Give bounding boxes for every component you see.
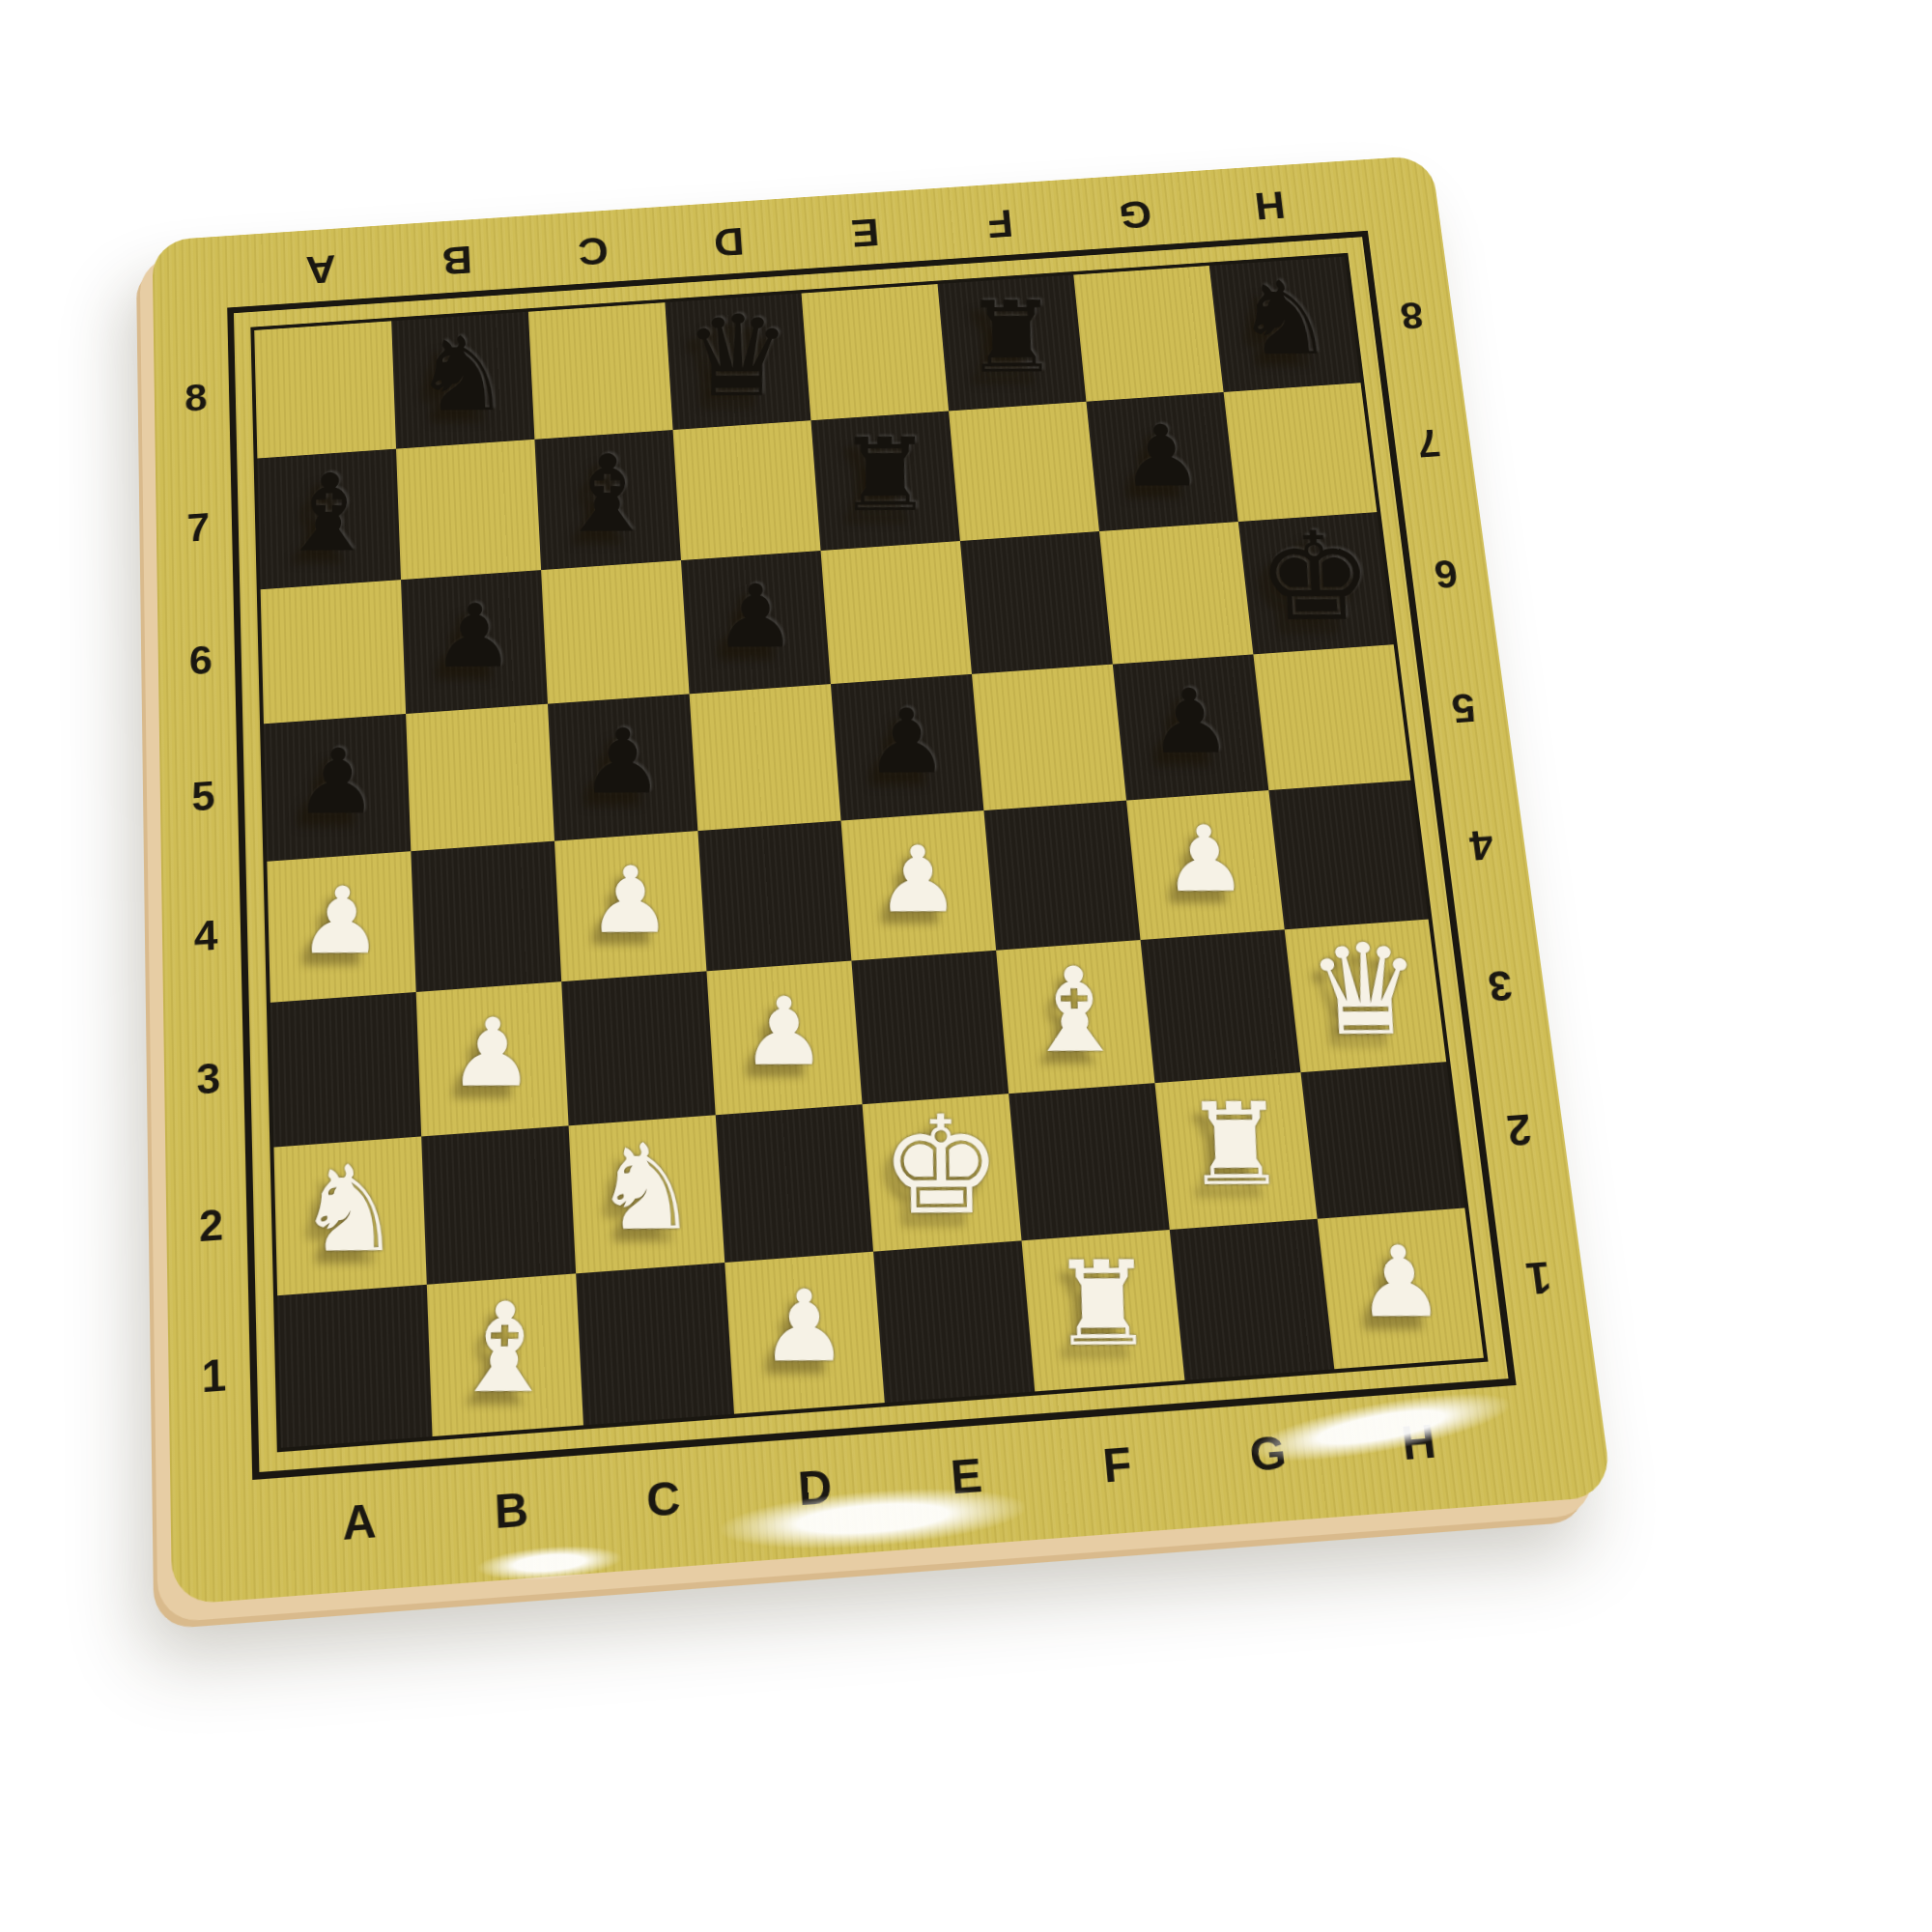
bottom-file-label-c: C <box>645 1469 682 1528</box>
left-rank-label-3: 3 <box>196 1054 221 1104</box>
square-e4[interactable]: ♟ <box>841 810 997 960</box>
piece-white-pawn[interactable]: ♟ <box>297 874 385 967</box>
piece-black-queen[interactable]: ♛ <box>683 300 792 412</box>
square-f1[interactable]: ♜ <box>1022 1230 1185 1391</box>
square-b7[interactable] <box>396 440 541 580</box>
square-b6[interactable]: ♟ <box>401 570 548 714</box>
square-c6[interactable] <box>541 560 689 704</box>
square-e7[interactable]: ♜ <box>810 411 959 551</box>
piece-black-king[interactable]: ♚ <box>1255 517 1377 639</box>
square-f7[interactable] <box>949 402 1099 541</box>
square-g8[interactable] <box>1073 266 1223 402</box>
board-border-frame: ♞♛♜♞♝♝♜♟♟♟♚♟♟♟♟♟♟♟♟♟♟♝♛♞♞♚♜♝♟♜♟ <box>227 231 1516 1480</box>
square-a8[interactable] <box>254 321 396 458</box>
piece-black-knight[interactable]: ♞ <box>1234 269 1336 370</box>
left-rank-label-4: 4 <box>193 912 217 960</box>
chess-board: ABCDEFGH 87654321 ♞♛♜♞♝♝♜♟♟♟♚♟♟♟♟♟♟♟♟♟♟♝… <box>153 156 1613 1605</box>
piece-white-pawn[interactable]: ♟ <box>760 1277 848 1377</box>
bottom-file-label-d: D <box>796 1459 834 1517</box>
square-c7[interactable]: ♝ <box>534 430 681 570</box>
square-h8[interactable]: ♞ <box>1209 257 1361 392</box>
piece-white-pawn[interactable]: ♟ <box>741 984 827 1079</box>
piece-black-bishop[interactable]: ♝ <box>555 441 659 548</box>
left-rank-label-7: 7 <box>186 505 210 551</box>
bottom-file-label-f: F <box>1100 1435 1134 1493</box>
piece-white-pawn[interactable]: ♟ <box>875 834 960 925</box>
square-f3[interactable]: ♝ <box>996 940 1154 1094</box>
top-file-label-c: C <box>578 228 611 275</box>
bottom-file-label-g: G <box>1247 1424 1289 1482</box>
left-rank-label-2: 2 <box>199 1200 224 1251</box>
board-face: ABCDEFGH 87654321 ♞♛♜♞♝♝♜♟♟♟♚♟♟♟♟♟♟♟♟♟♟♝… <box>159 165 1602 1583</box>
piece-white-knight[interactable]: ♞ <box>592 1129 700 1248</box>
square-d8[interactable]: ♛ <box>665 294 810 430</box>
square-e8[interactable] <box>802 284 950 420</box>
square-c1[interactable] <box>576 1263 734 1425</box>
top-file-label-e: E <box>849 210 880 256</box>
square-d6[interactable]: ♟ <box>681 551 831 694</box>
board-middle: 87654321 ♞♛♜♞♝♝♜♟♟♟♚♟♟♟♟♟♟♟♟♟♟♝♛♞♞♚♜♝♟♜♟… <box>161 225 1588 1488</box>
piece-black-pawn[interactable]: ♟ <box>293 737 381 827</box>
square-b4[interactable] <box>411 841 561 992</box>
square-c5[interactable]: ♟ <box>548 694 697 840</box>
right-rank-label-1: 1 <box>1523 1252 1554 1304</box>
square-a2[interactable]: ♞ <box>273 1136 426 1295</box>
bottom-file-label-a: A <box>341 1492 377 1551</box>
square-g1[interactable] <box>1170 1219 1335 1380</box>
right-rank-label-4: 4 <box>1466 821 1495 869</box>
right-rank-label-3: 3 <box>1485 961 1515 1010</box>
square-h5[interactable] <box>1253 644 1410 790</box>
square-d4[interactable] <box>697 821 851 972</box>
square-h7[interactable] <box>1224 383 1378 522</box>
square-h1[interactable]: ♟ <box>1318 1207 1484 1369</box>
piece-white-king[interactable]: ♚ <box>880 1098 1004 1235</box>
top-file-label-a: A <box>305 246 337 294</box>
square-g7[interactable]: ♟ <box>1086 392 1237 531</box>
piece-white-rook[interactable]: ♜ <box>1049 1246 1155 1363</box>
square-g5[interactable]: ♟ <box>1113 654 1269 800</box>
square-h6[interactable]: ♚ <box>1238 512 1394 654</box>
square-g4[interactable]: ♟ <box>1126 790 1285 940</box>
left-rank-label-1: 1 <box>201 1350 226 1402</box>
bottom-file-label-b: B <box>494 1481 529 1540</box>
square-e3[interactable] <box>851 951 1009 1104</box>
piece-black-knight[interactable]: ♞ <box>412 324 514 426</box>
piece-white-bishop[interactable]: ♝ <box>1021 952 1130 1069</box>
square-a1[interactable] <box>277 1285 432 1448</box>
piece-black-pawn[interactable]: ♟ <box>714 573 797 661</box>
piece-black-pawn[interactable]: ♟ <box>1147 677 1233 766</box>
square-g6[interactable] <box>1099 522 1253 665</box>
square-d2[interactable] <box>716 1104 873 1263</box>
piece-white-knight[interactable]: ♞ <box>295 1151 406 1269</box>
top-file-label-f: F <box>985 201 1015 247</box>
square-e1[interactable] <box>873 1240 1035 1403</box>
piece-black-bishop[interactable]: ♝ <box>275 460 382 567</box>
square-f2[interactable] <box>1009 1083 1170 1240</box>
square-d3[interactable]: ♟ <box>706 961 862 1116</box>
right-rank-label-5: 5 <box>1449 684 1478 730</box>
square-c2[interactable]: ♞ <box>569 1115 725 1273</box>
photo-background: ABCDEFGH 87654321 ♞♛♜♞♝♝♜♟♟♟♚♟♟♟♟♟♟♟♟♟♟♝… <box>0 0 1932 1932</box>
square-b3[interactable]: ♟ <box>416 981 569 1136</box>
square-a3[interactable] <box>270 992 421 1148</box>
right-rank-label-6: 6 <box>1432 551 1461 596</box>
square-e5[interactable]: ♟ <box>831 674 983 821</box>
board-grid: ♞♛♜♞♝♝♜♟♟♟♚♟♟♟♟♟♟♟♟♟♟♝♛♞♞♚♜♝♟♜♟ <box>254 257 1484 1448</box>
square-f4[interactable] <box>983 801 1140 951</box>
left-rank-label-5: 5 <box>191 773 215 820</box>
piece-black-rook[interactable]: ♜ <box>963 289 1060 387</box>
piece-white-rook[interactable]: ♜ <box>1182 1088 1289 1202</box>
square-h3[interactable]: ♛ <box>1285 920 1447 1073</box>
piece-black-rook[interactable]: ♜ <box>837 425 933 526</box>
piece-white-pawn[interactable]: ♟ <box>1353 1233 1446 1331</box>
square-h4[interactable] <box>1268 781 1428 930</box>
board-perspective-wrapper: ABCDEFGH 87654321 ♞♛♜♞♝♝♜♟♟♟♚♟♟♟♟♟♟♟♟♟♟♝… <box>153 156 1613 1605</box>
right-rank-label-7: 7 <box>1414 420 1442 465</box>
square-h2[interactable] <box>1300 1062 1464 1219</box>
piece-white-bishop[interactable]: ♝ <box>448 1287 561 1410</box>
top-file-label-d: D <box>713 218 746 265</box>
bottom-file-label-e: E <box>949 1447 984 1505</box>
top-file-label-g: G <box>1117 191 1153 238</box>
board-inner-border: ♞♛♜♞♝♝♜♟♟♟♚♟♟♟♟♟♟♟♟♟♟♝♛♞♞♚♜♝♟♜♟ <box>250 253 1488 1453</box>
left-rank-label-6: 6 <box>188 638 213 684</box>
square-c3[interactable] <box>561 971 716 1125</box>
square-a4[interactable]: ♟ <box>267 851 415 1003</box>
piece-white-queen[interactable]: ♛ <box>1304 926 1425 1053</box>
piece-white-pawn[interactable]: ♟ <box>1161 813 1249 905</box>
piece-white-pawn[interactable]: ♟ <box>587 854 673 946</box>
square-b5[interactable] <box>406 704 554 852</box>
square-f6[interactable] <box>960 531 1113 674</box>
square-g3[interactable] <box>1141 929 1301 1083</box>
square-c8[interactable] <box>528 302 673 440</box>
piece-black-pawn[interactable]: ♟ <box>865 696 949 786</box>
square-f8[interactable]: ♜ <box>938 275 1087 412</box>
square-d5[interactable] <box>690 684 841 831</box>
right-rank-label-8: 8 <box>1398 294 1426 337</box>
square-d7[interactable] <box>673 420 821 560</box>
square-a5[interactable]: ♟ <box>264 714 411 862</box>
square-a6[interactable] <box>261 580 406 724</box>
piece-black-pawn[interactable]: ♟ <box>431 592 516 680</box>
top-file-label-b: B <box>441 237 473 284</box>
right-rank-label-2: 2 <box>1504 1104 1534 1154</box>
left-rank-label-8: 8 <box>185 376 208 420</box>
square-e6[interactable] <box>821 541 972 684</box>
piece-black-pawn[interactable]: ♟ <box>1120 413 1204 498</box>
square-c4[interactable]: ♟ <box>554 831 706 981</box>
square-b2[interactable] <box>421 1125 576 1284</box>
square-b8[interactable]: ♞ <box>391 312 534 449</box>
piece-white-pawn[interactable]: ♟ <box>447 1006 535 1100</box>
bottom-file-label-h: H <box>1399 1413 1438 1471</box>
square-d1[interactable]: ♟ <box>724 1252 885 1414</box>
square-b1[interactable]: ♝ <box>427 1273 583 1436</box>
top-file-label-h: H <box>1253 183 1288 229</box>
square-g2[interactable]: ♜ <box>1154 1072 1317 1230</box>
square-a7[interactable]: ♝ <box>257 449 401 590</box>
square-f5[interactable] <box>972 665 1126 810</box>
piece-black-pawn[interactable]: ♟ <box>580 717 665 807</box>
square-e2[interactable]: ♚ <box>863 1094 1022 1251</box>
